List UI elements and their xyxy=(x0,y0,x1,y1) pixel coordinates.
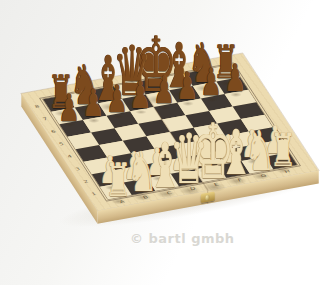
product-photo-stage: ABCDEFGH 12345678 ♜♞♝♛♚♝♞♜♟♟♟♟♟♟♟♟♟♟♟♟♟♟… xyxy=(0,0,333,285)
rank-label-8: 8 xyxy=(31,104,44,109)
rank-label-7: 7 xyxy=(39,116,52,121)
rank-label-3: 3 xyxy=(72,166,85,171)
watermark: © bartl gmbh xyxy=(130,231,235,246)
brass-latch-icon xyxy=(201,191,215,203)
rank-label-5: 5 xyxy=(55,141,68,146)
rank-label-1: 1 xyxy=(88,191,101,196)
rank-label-2: 2 xyxy=(80,179,93,184)
rank-label-4: 4 xyxy=(63,154,76,159)
rank-label-6: 6 xyxy=(47,129,60,134)
